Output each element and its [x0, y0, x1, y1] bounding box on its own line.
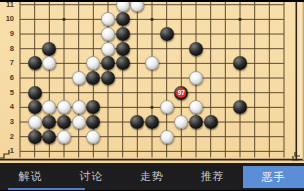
- stone-white: [160, 100, 174, 114]
- app-screen: 1110987654321 97 解说讨论走势推荐恶手: [0, 0, 304, 190]
- stone-black: [28, 86, 42, 100]
- tab-讨论[interactable]: 讨论: [61, 163, 122, 190]
- tab-推荐[interactable]: 推荐: [182, 163, 243, 190]
- stone-white: [86, 130, 100, 144]
- stone-black: [101, 71, 115, 85]
- star-point: [150, 106, 153, 109]
- stone-black: [189, 42, 203, 56]
- star-point: [150, 18, 153, 21]
- row-label-4: 4: [1, 103, 14, 111]
- stone-black: [42, 42, 56, 56]
- stone-black-marked-lastmove: 97: [174, 86, 188, 100]
- row-label-10: 10: [1, 15, 14, 23]
- tab-解说[interactable]: 解说: [0, 163, 61, 190]
- stone-white: [101, 42, 115, 56]
- row-label-3: 3: [1, 118, 14, 126]
- tab-走势[interactable]: 走势: [122, 163, 183, 190]
- stone-black: [42, 130, 56, 144]
- row-label-1: 1: [1, 147, 14, 155]
- stone-black: [116, 56, 130, 70]
- row-label-6: 6: [1, 74, 14, 82]
- stone-white: [72, 71, 86, 85]
- stone-black: [204, 115, 218, 129]
- stone-black: [28, 130, 42, 144]
- tab-恶手[interactable]: 恶手: [243, 166, 304, 188]
- stone-white: [160, 130, 174, 144]
- stone-black: [116, 12, 130, 26]
- bottom-tab-bar: 解说讨论走势推荐恶手: [0, 163, 304, 190]
- stone-black: [116, 27, 130, 41]
- row-label-2: 2: [1, 133, 14, 141]
- row-label-7: 7: [1, 59, 14, 67]
- stone-white: [189, 71, 203, 85]
- stone-white: [28, 115, 42, 129]
- move-number: 97: [174, 89, 188, 97]
- row-label-8: 8: [1, 45, 14, 53]
- stone-white: [72, 100, 86, 114]
- row-label-9: 9: [1, 30, 14, 38]
- star-point: [238, 18, 241, 21]
- status-bar-strip: [0, 0, 304, 2]
- stone-white: [101, 27, 115, 41]
- stone-black: [28, 100, 42, 114]
- stone-black: [57, 115, 71, 129]
- stone-black: [189, 115, 203, 129]
- star-point: [62, 18, 65, 21]
- row-label-5: 5: [1, 89, 14, 97]
- stone-white: [72, 115, 86, 129]
- stone-black: [116, 42, 130, 56]
- stone-black: [145, 115, 159, 129]
- active-tab-indicator: [8, 188, 85, 191]
- stone-black: [160, 27, 174, 41]
- go-board[interactable]: 1110987654321 97: [0, 0, 304, 163]
- stone-white: [57, 130, 71, 144]
- stone-black: [28, 56, 42, 70]
